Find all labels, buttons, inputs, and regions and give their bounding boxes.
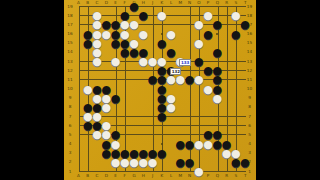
intersection-J13[interactable]: ● [148, 57, 157, 66]
white-stone-L16: ● [166, 29, 176, 40]
coord-number-right-6: 6 [248, 124, 251, 128]
coord-number-left-19: 19 [67, 5, 72, 9]
intersection-S9[interactable] [231, 94, 240, 103]
intersection-H9[interactable] [139, 94, 148, 103]
coord-letter-top-M: M [179, 1, 183, 5]
coord-letter-top-C: C [96, 1, 99, 5]
intersection-S10[interactable] [231, 85, 240, 94]
white-stone-C13: ● [92, 56, 102, 67]
intersection-O9[interactable] [194, 94, 203, 103]
intersection-H16[interactable]: ● [139, 30, 148, 39]
coord-number-left-11: 11 [67, 78, 72, 82]
intersection-E7[interactable] [111, 112, 120, 121]
intersection-F11[interactable] [120, 75, 129, 84]
intersection-H10[interactable] [139, 85, 148, 94]
coord-number-left-13: 13 [67, 60, 72, 64]
coord-number-left-16: 16 [67, 32, 72, 36]
intersection-H18[interactable]: ● [139, 11, 148, 20]
intersection-F12[interactable] [120, 66, 129, 75]
coord-letter-bottom-K: K [160, 174, 163, 178]
intersection-D3[interactable]: ● [102, 149, 111, 158]
intersection-J15[interactable] [148, 39, 157, 48]
intersection-J6[interactable] [148, 121, 157, 130]
intersection-T2[interactable]: ● [240, 158, 249, 167]
coord-letter-bottom-P: P [207, 174, 210, 178]
intersection-A3[interactable] [74, 149, 83, 158]
intersection-M18[interactable] [176, 11, 185, 20]
coord-letter-bottom-S: S [235, 174, 238, 178]
intersection-G8[interactable] [129, 103, 138, 112]
coord-letter-top-P: P [207, 1, 210, 5]
intersection-E11[interactable] [111, 75, 120, 84]
intersection-J5[interactable] [148, 130, 157, 139]
black-stone-M4: ● [175, 139, 185, 150]
intersection-S13[interactable] [231, 57, 240, 66]
intersection-K5[interactable] [157, 130, 166, 139]
intersection-R8[interactable] [222, 103, 231, 112]
intersection-E9[interactable]: ● [111, 94, 120, 103]
intersection-J2[interactable]: ● [148, 158, 157, 167]
coord-number-right-19: 19 [247, 5, 252, 9]
black-stone-M2: ● [175, 157, 185, 168]
white-stone-D8: ● [101, 102, 111, 113]
coord-letter-top-N: N [188, 1, 191, 5]
intersection-K7[interactable]: ● [157, 112, 166, 121]
intersection-R17[interactable] [222, 20, 231, 29]
intersection-R12[interactable] [222, 66, 231, 75]
intersection-S14[interactable] [231, 48, 240, 57]
white-stone-J13: ● [148, 56, 158, 67]
intersection-H11[interactable] [139, 75, 148, 84]
intersection-L8[interactable]: ● [166, 103, 175, 112]
white-stone-E2: ● [111, 157, 121, 168]
intersection-L6[interactable] [166, 121, 175, 130]
intersection-N17[interactable] [185, 20, 194, 29]
coord-number-right-8: 8 [248, 105, 251, 109]
intersection-A4[interactable] [74, 139, 83, 148]
intersection-M6[interactable] [176, 121, 185, 130]
intersection-D13[interactable] [102, 57, 111, 66]
coord-number-right-13: 13 [247, 60, 252, 64]
intersection-G5[interactable] [129, 130, 138, 139]
intersection-O6[interactable] [194, 121, 203, 130]
intersection-F8[interactable] [120, 103, 129, 112]
intersection-H7[interactable] [139, 112, 148, 121]
intersection-S18[interactable]: ● [231, 11, 240, 20]
coord-letter-bottom-N: N [188, 174, 191, 178]
intersection-M4[interactable]: ● [176, 139, 185, 148]
intersection-H2[interactable]: ● [139, 158, 148, 167]
intersection-G6[interactable] [129, 121, 138, 130]
intersection-N18[interactable] [185, 11, 194, 20]
coord-number-right-11: 11 [247, 78, 252, 82]
intersection-S12[interactable] [231, 66, 240, 75]
intersection-R15[interactable] [222, 39, 231, 48]
coord-number-left-2: 2 [69, 160, 72, 164]
coord-letter-top-J: J [152, 1, 153, 5]
intersection-O4[interactable]: ● [194, 139, 203, 148]
coord-letter-top-K: K [160, 1, 163, 5]
coord-number-right-4: 4 [248, 142, 251, 146]
coord-number-left-8: 8 [69, 105, 72, 109]
intersection-M9[interactable] [176, 94, 185, 103]
coord-letter-top-O: O [197, 1, 200, 5]
intersection-S5[interactable] [231, 130, 240, 139]
intersection-F6[interactable] [120, 121, 129, 130]
intersection-D14[interactable] [102, 48, 111, 57]
intersection-G11[interactable] [129, 75, 138, 84]
black-stone-J11: ● [148, 74, 158, 85]
intersection-O17[interactable]: ● [194, 20, 203, 29]
intersection-K15[interactable]: ● [157, 39, 166, 48]
black-stone-S16: ● [231, 29, 241, 40]
coord-letter-bottom-T: T [244, 174, 247, 178]
white-stone-R3: ● [222, 148, 232, 159]
move-label-133: 133 [179, 59, 190, 66]
coord-number-right-16: 16 [247, 32, 252, 36]
intersection-B18[interactable] [83, 11, 92, 20]
intersection-Q17[interactable]: ● [213, 20, 222, 29]
intersection-Q7[interactable] [213, 112, 222, 121]
intersection-R16[interactable] [222, 30, 231, 39]
intersection-L18[interactable] [166, 11, 175, 20]
intersection-J8[interactable] [148, 103, 157, 112]
intersection-B10[interactable]: ● [83, 85, 92, 94]
black-stone-K7: ● [157, 111, 167, 122]
intersection-F2[interactable]: ● [120, 158, 129, 167]
black-stone-E9: ● [111, 93, 121, 104]
intersection-O8[interactable] [194, 103, 203, 112]
intersection-A10[interactable] [74, 85, 83, 94]
letterbox-right [256, 0, 320, 180]
intersection-H5[interactable] [139, 130, 148, 139]
coord-letter-bottom-R: R [225, 174, 228, 178]
coord-number-left-14: 14 [67, 50, 72, 54]
coord-number-right-14: 14 [247, 50, 252, 54]
coord-number-right-18: 18 [247, 14, 252, 18]
intersection-N8[interactable] [185, 103, 194, 112]
intersection-E2[interactable]: ● [111, 158, 120, 167]
black-stone-T2: ● [240, 157, 250, 168]
intersection-S8[interactable] [231, 103, 240, 112]
intersection-K3[interactable]: ● [157, 149, 166, 158]
letterbox-left [0, 0, 64, 180]
intersection-R7[interactable] [222, 112, 231, 121]
intersection-R18[interactable] [222, 11, 231, 20]
coord-number-right-7: 7 [248, 115, 251, 119]
coord-letter-bottom-D: D [105, 174, 108, 178]
coord-letter-top-B: B [86, 1, 89, 5]
intersection-G9[interactable] [129, 94, 138, 103]
coord-number-left-18: 18 [67, 14, 72, 18]
white-stone-J2: ● [148, 157, 158, 168]
coord-letter-bottom-M: M [179, 174, 183, 178]
intersection-B15[interactable]: ● [83, 39, 92, 48]
intersection-A15[interactable] [74, 39, 83, 48]
intersection-A11[interactable] [74, 75, 83, 84]
coord-number-right-3: 3 [248, 151, 251, 155]
intersection-E15[interactable]: ● [111, 39, 120, 48]
intersection-F9[interactable] [120, 94, 129, 103]
intersection-N2[interactable]: ● [185, 158, 194, 167]
intersection-B4[interactable] [83, 139, 92, 148]
intersection-A13[interactable] [74, 57, 83, 66]
intersection-H6[interactable] [139, 121, 148, 130]
intersection-H8[interactable] [139, 103, 148, 112]
intersection-L16[interactable]: ● [166, 30, 175, 39]
intersection-B12[interactable] [83, 66, 92, 75]
intersection-N6[interactable] [185, 121, 194, 130]
intersection-R13[interactable] [222, 57, 231, 66]
coord-number-left-10: 10 [67, 87, 72, 91]
white-stone-K18: ● [157, 10, 167, 21]
intersection-A18[interactable] [74, 11, 83, 20]
coord-letter-bottom-L: L [170, 174, 172, 178]
intersection-N7[interactable] [185, 112, 194, 121]
intersection-A16[interactable] [74, 30, 83, 39]
intersection-O13[interactable]: ● [194, 57, 203, 66]
coord-number-left-4: 4 [69, 142, 72, 146]
intersection-A17[interactable] [74, 20, 83, 29]
intersection-N11[interactable]: ● [185, 75, 194, 84]
coord-number-left-1: 1 [69, 170, 72, 174]
board-intersections[interactable]: ●●●●●●●●●●●●●●●●●●●●●●●●●●●●●●●●●●●●●●●●… [74, 2, 250, 176]
black-stone-P16: ● [203, 29, 213, 40]
intersection-B2[interactable] [83, 158, 92, 167]
coord-letter-top-E: E [114, 1, 117, 5]
intersection-B13[interactable] [83, 57, 92, 66]
white-stone-O1: ● [194, 166, 204, 177]
intersection-R11[interactable] [222, 75, 231, 84]
intersection-G10[interactable] [129, 85, 138, 94]
intersection-Q2[interactable] [213, 158, 222, 167]
black-stone-K3: ● [157, 148, 167, 159]
intersection-F5[interactable] [120, 130, 129, 139]
white-stone-H2: ● [138, 157, 148, 168]
intersection-Q4[interactable]: ● [213, 139, 222, 148]
white-stone-E13: ● [111, 56, 121, 67]
intersection-A9[interactable] [74, 94, 83, 103]
intersection-A2[interactable] [74, 158, 83, 167]
intersection-R10[interactable] [222, 85, 231, 94]
intersection-R6[interactable] [222, 121, 231, 130]
black-stone-D3: ● [101, 148, 111, 159]
coord-number-left-5: 5 [69, 133, 72, 137]
intersection-M16[interactable] [176, 30, 185, 39]
coord-number-left-12: 12 [67, 69, 72, 73]
coord-letter-bottom-H: H [142, 174, 145, 178]
white-stone-Q9: ● [212, 93, 222, 104]
coord-number-left-7: 7 [69, 115, 72, 119]
intersection-M11[interactable]: ● [176, 75, 185, 84]
intersection-M8[interactable] [176, 103, 185, 112]
intersection-A12[interactable] [74, 66, 83, 75]
intersection-M17[interactable] [176, 20, 185, 29]
intersection-A7[interactable] [74, 112, 83, 121]
intersection-J18[interactable] [148, 11, 157, 20]
intersection-S6[interactable] [231, 121, 240, 130]
coord-letter-bottom-Q: Q [216, 174, 219, 178]
intersection-O7[interactable] [194, 112, 203, 121]
intersection-F10[interactable] [120, 85, 129, 94]
coord-number-left-3: 3 [69, 151, 72, 155]
white-stone-H16: ● [138, 29, 148, 40]
intersection-M2[interactable]: ● [176, 158, 185, 167]
coord-number-right-15: 15 [247, 41, 252, 45]
coord-letter-bottom-J: J [152, 174, 153, 178]
intersection-G7[interactable] [129, 112, 138, 121]
intersection-E13[interactable]: ● [111, 57, 120, 66]
intersection-N14[interactable] [185, 48, 194, 57]
intersection-N16[interactable] [185, 30, 194, 39]
white-stone-M11: ● [175, 74, 185, 85]
intersection-S11[interactable] [231, 75, 240, 84]
intersection-B3[interactable] [83, 149, 92, 158]
coord-letter-top-F: F [124, 1, 126, 5]
intersection-B6[interactable]: ● [83, 121, 92, 130]
coord-number-left-6: 6 [69, 124, 72, 128]
intersection-A14[interactable] [74, 48, 83, 57]
white-stone-L8: ● [166, 102, 176, 113]
intersection-D16[interactable]: ● [102, 30, 111, 39]
go-app-window: ●●●●●●●●●●●●●●●●●●●●●●●●●●●●●●●●●●●●●●●●… [0, 0, 320, 180]
intersection-K18[interactable]: ● [157, 11, 166, 20]
coord-letter-top-H: H [142, 1, 145, 5]
black-stone-N11: ● [185, 74, 195, 85]
intersection-T17[interactable]: ● [240, 20, 249, 29]
intersection-P2[interactable] [203, 158, 212, 167]
coord-number-right-1: 1 [248, 170, 251, 174]
coord-letter-top-L: L [170, 1, 172, 5]
coord-letter-top-D: D [105, 1, 108, 5]
coord-number-left-9: 9 [69, 96, 72, 100]
intersection-H13[interactable]: ● [139, 57, 148, 66]
black-stone-N2: ● [185, 157, 195, 168]
intersection-S7[interactable] [231, 112, 240, 121]
intersection-D8[interactable]: ● [102, 103, 111, 112]
intersection-J9[interactable] [148, 94, 157, 103]
intersection-O11[interactable]: ● [194, 75, 203, 84]
coord-number-right-12: 12 [247, 69, 252, 73]
coord-letter-bottom-G: G [132, 174, 135, 178]
intersection-N4[interactable]: ● [185, 139, 194, 148]
intersection-N15[interactable] [185, 39, 194, 48]
intersection-P7[interactable] [203, 112, 212, 121]
white-stone-D16: ● [101, 29, 111, 40]
coord-letter-bottom-A: A [77, 174, 80, 178]
intersection-S2[interactable]: ● [231, 158, 240, 167]
coord-letter-top-R: R [225, 1, 228, 5]
coord-letter-bottom-C: C [96, 174, 99, 178]
intersection-O15[interactable]: ● [194, 39, 203, 48]
coord-number-right-10: 10 [247, 87, 252, 91]
intersection-R9[interactable] [222, 94, 231, 103]
coord-letter-bottom-E: E [114, 174, 117, 178]
black-stone-E15: ● [111, 38, 121, 49]
black-stone-T17: ● [240, 19, 250, 30]
intersection-N9[interactable] [185, 94, 194, 103]
black-stone-Q17: ● [212, 19, 222, 30]
coord-letter-top-A: A [77, 1, 80, 5]
white-stone-O15: ● [194, 38, 204, 49]
intersection-M7[interactable] [176, 112, 185, 121]
intersection-A8[interactable] [74, 103, 83, 112]
intersection-P16[interactable]: ● [203, 30, 212, 39]
intersection-S16[interactable]: ● [231, 30, 240, 39]
coord-number-left-15: 15 [67, 41, 72, 45]
intersection-F14[interactable]: ● [120, 48, 129, 57]
coord-letter-bottom-F: F [124, 174, 126, 178]
intersection-Q14[interactable]: ● [213, 48, 222, 57]
coord-letter-top-Q: Q [216, 1, 219, 5]
coord-number-right-9: 9 [248, 96, 251, 100]
intersection-C13[interactable]: ● [92, 57, 101, 66]
intersection-F7[interactable] [120, 112, 129, 121]
coord-letter-bottom-B: B [86, 174, 89, 178]
black-stone-N4: ● [185, 139, 195, 150]
intersection-M15[interactable] [176, 39, 185, 48]
go-board[interactable]: ●●●●●●●●●●●●●●●●●●●●●●●●●●●●●●●●●●●●●●●●… [64, 0, 256, 180]
intersection-J11[interactable]: ● [148, 75, 157, 84]
black-stone-Q14: ● [212, 47, 222, 58]
intersection-Q9[interactable]: ● [213, 94, 222, 103]
intersection-O1[interactable]: ● [194, 167, 203, 176]
intersection-R3[interactable]: ● [222, 149, 231, 158]
black-stone-Q4: ● [212, 139, 222, 150]
black-stone-H18: ● [138, 10, 148, 21]
coord-number-right-5: 5 [248, 133, 251, 137]
intersection-J16[interactable] [148, 30, 157, 39]
coord-letter-top-S: S [235, 1, 238, 5]
intersection-D12[interactable] [102, 66, 111, 75]
white-stone-H13: ● [138, 56, 148, 67]
coord-number-left-17: 17 [67, 23, 72, 27]
intersection-J7[interactable] [148, 112, 157, 121]
intersection-J17[interactable] [148, 20, 157, 29]
intersection-R14[interactable] [222, 48, 231, 57]
intersection-A5[interactable] [74, 130, 83, 139]
move-label-132: 132 [170, 68, 181, 75]
intersection-A6[interactable] [74, 121, 83, 130]
